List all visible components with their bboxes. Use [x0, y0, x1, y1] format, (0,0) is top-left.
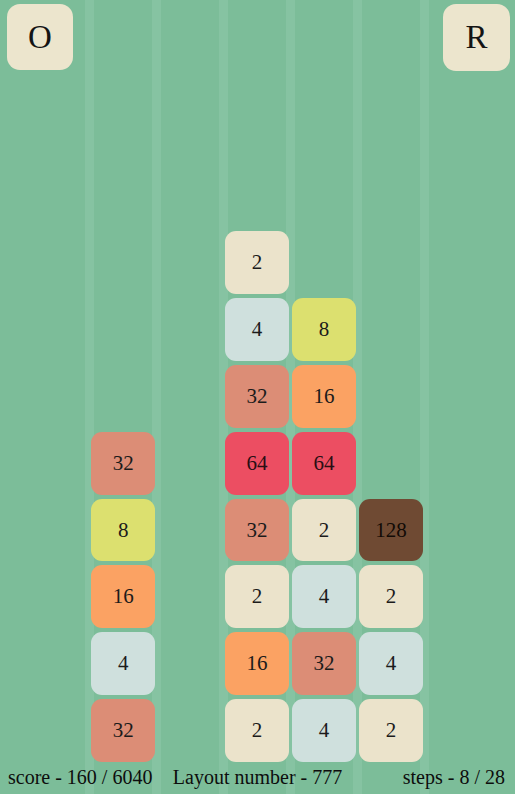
tile-32[interactable]: 32 [225, 499, 289, 562]
tile-8[interactable]: 8 [91, 499, 155, 562]
options-button[interactable]: O [7, 4, 73, 70]
status-bar: score - 160 / 6040 Layout number - 777 s… [0, 763, 515, 791]
tile-4[interactable]: 4 [292, 699, 356, 762]
tile-4[interactable]: 4 [225, 298, 289, 361]
restart-button[interactable]: R [443, 4, 510, 71]
tile-4[interactable]: 4 [359, 632, 423, 695]
tile-2[interactable]: 2 [225, 565, 289, 628]
tile-32[interactable]: 32 [225, 365, 289, 428]
tile-2[interactable]: 2 [359, 699, 423, 762]
tile-16[interactable]: 16 [225, 632, 289, 695]
tile-2[interactable]: 2 [225, 231, 289, 294]
game-screen: O R 248321632646483221281624241632432242… [0, 0, 515, 794]
tile-4[interactable]: 4 [91, 632, 155, 695]
tile-grid[interactable]: 248321632646483221281624241632432242 [23, 229, 491, 764]
tile-8[interactable]: 8 [292, 298, 356, 361]
tile-2[interactable]: 2 [359, 565, 423, 628]
tile-2[interactable]: 2 [225, 699, 289, 762]
tile-128[interactable]: 128 [359, 499, 423, 562]
tile-64[interactable]: 64 [225, 432, 289, 495]
tile-4[interactable]: 4 [292, 565, 356, 628]
layout-number-text: Layout number - 777 [173, 766, 342, 789]
score-text: score - 160 / 6040 [8, 766, 152, 789]
tile-16[interactable]: 16 [292, 365, 356, 428]
tile-32[interactable]: 32 [91, 432, 155, 495]
steps-text: steps - 8 / 28 [403, 766, 505, 789]
tile-32[interactable]: 32 [292, 632, 356, 695]
tile-2[interactable]: 2 [292, 499, 356, 562]
tile-32[interactable]: 32 [91, 699, 155, 762]
tile-64[interactable]: 64 [292, 432, 356, 495]
tile-16[interactable]: 16 [91, 565, 155, 628]
